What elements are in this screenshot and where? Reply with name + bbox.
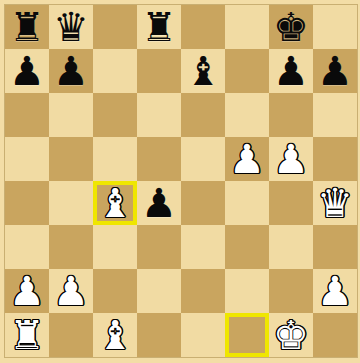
white-pawn-h2: ♟	[317, 269, 353, 313]
square-a8[interactable]: ♜	[5, 5, 49, 49]
black-pawn-b7: ♟	[53, 49, 89, 93]
black-pawn-g7: ♟	[273, 49, 309, 93]
square-c2[interactable]	[93, 269, 137, 313]
square-f2[interactable]	[225, 269, 269, 313]
square-a1[interactable]: ♜	[5, 313, 49, 357]
black-king-g8: ♚	[273, 5, 309, 49]
square-b8[interactable]: ♛	[49, 5, 93, 49]
white-king-g1: ♚	[273, 313, 309, 357]
square-c5[interactable]	[93, 137, 137, 181]
square-e8[interactable]	[181, 5, 225, 49]
square-h3[interactable]	[313, 225, 357, 269]
chess-board: ♜♛♜♚♟♟♝♟♟♟♟♝♟♛♟♟♟♜♝♚	[5, 5, 357, 357]
square-c8[interactable]	[93, 5, 137, 49]
square-d4[interactable]: ♟	[137, 181, 181, 225]
square-d5[interactable]	[137, 137, 181, 181]
chess-board-background: ♜♛♜♚♟♟♝♟♟♟♟♝♟♛♟♟♟♜♝♚	[0, 0, 360, 363]
square-h2[interactable]: ♟	[313, 269, 357, 313]
square-c3[interactable]	[93, 225, 137, 269]
square-h8[interactable]	[313, 5, 357, 49]
square-f4[interactable]	[225, 181, 269, 225]
square-c6[interactable]	[93, 93, 137, 137]
square-c4[interactable]: ♝	[93, 181, 137, 225]
square-f5[interactable]: ♟	[225, 137, 269, 181]
black-pawn-h7: ♟	[317, 49, 353, 93]
square-c7[interactable]	[93, 49, 137, 93]
square-f7[interactable]	[225, 49, 269, 93]
square-h5[interactable]	[313, 137, 357, 181]
square-h4[interactable]: ♛	[313, 181, 357, 225]
black-bishop-e7: ♝	[185, 49, 221, 93]
square-h1[interactable]	[313, 313, 357, 357]
square-d2[interactable]	[137, 269, 181, 313]
square-g1[interactable]: ♚	[269, 313, 313, 357]
square-f8[interactable]	[225, 5, 269, 49]
white-pawn-b2: ♟	[53, 269, 89, 313]
square-e5[interactable]	[181, 137, 225, 181]
square-a6[interactable]	[5, 93, 49, 137]
square-d8[interactable]: ♜	[137, 5, 181, 49]
square-b1[interactable]	[49, 313, 93, 357]
square-a3[interactable]	[5, 225, 49, 269]
square-d7[interactable]	[137, 49, 181, 93]
square-g3[interactable]	[269, 225, 313, 269]
square-g8[interactable]: ♚	[269, 5, 313, 49]
square-a5[interactable]	[5, 137, 49, 181]
square-h7[interactable]: ♟	[313, 49, 357, 93]
black-queen-b8: ♛	[53, 5, 89, 49]
square-b2[interactable]: ♟	[49, 269, 93, 313]
white-pawn-a2: ♟	[9, 269, 45, 313]
black-pawn-a7: ♟	[9, 49, 45, 93]
square-a7[interactable]: ♟	[5, 49, 49, 93]
square-b3[interactable]	[49, 225, 93, 269]
square-b7[interactable]: ♟	[49, 49, 93, 93]
square-e3[interactable]	[181, 225, 225, 269]
white-pawn-g5: ♟	[273, 137, 309, 181]
square-c1[interactable]: ♝	[93, 313, 137, 357]
square-a4[interactable]	[5, 181, 49, 225]
square-b4[interactable]	[49, 181, 93, 225]
square-h6[interactable]	[313, 93, 357, 137]
square-e7[interactable]: ♝	[181, 49, 225, 93]
square-b5[interactable]	[49, 137, 93, 181]
white-rook-a1: ♜	[9, 313, 45, 357]
square-b6[interactable]	[49, 93, 93, 137]
square-e4[interactable]	[181, 181, 225, 225]
square-e2[interactable]	[181, 269, 225, 313]
white-queen-h4: ♛	[317, 181, 353, 225]
square-f1[interactable]	[225, 313, 269, 357]
white-pawn-f5: ♟	[229, 137, 265, 181]
square-d1[interactable]	[137, 313, 181, 357]
square-g4[interactable]	[269, 181, 313, 225]
square-f3[interactable]	[225, 225, 269, 269]
square-d3[interactable]	[137, 225, 181, 269]
black-rook-d8: ♜	[141, 5, 177, 49]
square-f6[interactable]	[225, 93, 269, 137]
square-g2[interactable]	[269, 269, 313, 313]
square-a2[interactable]: ♟	[5, 269, 49, 313]
white-bishop-c4: ♝	[97, 181, 133, 225]
square-g5[interactable]: ♟	[269, 137, 313, 181]
black-rook-a8: ♜	[9, 5, 45, 49]
square-d6[interactable]	[137, 93, 181, 137]
black-pawn-d4: ♟	[141, 181, 177, 225]
square-g6[interactable]	[269, 93, 313, 137]
white-bishop-c1: ♝	[97, 313, 133, 357]
square-g7[interactable]: ♟	[269, 49, 313, 93]
square-e1[interactable]	[181, 313, 225, 357]
square-e6[interactable]	[181, 93, 225, 137]
